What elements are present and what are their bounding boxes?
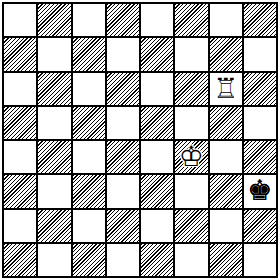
square-h7[interactable] — [244, 38, 276, 70]
square-b3[interactable] — [38, 175, 70, 207]
square-h3[interactable]: ♚♚ — [244, 175, 276, 207]
square-g7[interactable] — [210, 38, 242, 70]
square-e3[interactable] — [141, 175, 173, 207]
square-b1[interactable] — [38, 244, 70, 276]
square-d5[interactable] — [107, 107, 139, 139]
square-f4[interactable]: ♚♔ — [175, 141, 207, 173]
square-d3[interactable] — [107, 175, 139, 207]
white-king: ♔ — [175, 141, 207, 173]
square-b5[interactable] — [38, 107, 70, 139]
square-d1[interactable] — [107, 244, 139, 276]
square-c5[interactable] — [73, 107, 105, 139]
square-c2[interactable] — [73, 210, 105, 242]
square-b7[interactable] — [38, 38, 70, 70]
square-h1[interactable] — [244, 244, 276, 276]
square-f2[interactable] — [175, 210, 207, 242]
square-c6[interactable] — [73, 73, 105, 105]
square-a2[interactable] — [4, 210, 36, 242]
square-h2[interactable] — [244, 210, 276, 242]
square-f3[interactable] — [175, 175, 207, 207]
square-f1[interactable] — [175, 244, 207, 276]
square-f6[interactable] — [175, 73, 207, 105]
square-e7[interactable] — [141, 38, 173, 70]
square-f7[interactable] — [175, 38, 207, 70]
square-d4[interactable] — [107, 141, 139, 173]
square-f5[interactable] — [175, 107, 207, 139]
square-g2[interactable] — [210, 210, 242, 242]
square-e5[interactable] — [141, 107, 173, 139]
square-c8[interactable] — [73, 4, 105, 36]
square-e1[interactable] — [141, 244, 173, 276]
square-f8[interactable] — [175, 4, 207, 36]
square-g6[interactable]: ♜♖ — [210, 73, 242, 105]
white-rook: ♖ — [210, 73, 242, 105]
square-a1[interactable] — [4, 244, 36, 276]
square-c4[interactable] — [73, 141, 105, 173]
square-g3[interactable] — [210, 175, 242, 207]
square-g1[interactable] — [210, 244, 242, 276]
square-a3[interactable] — [4, 175, 36, 207]
square-a6[interactable] — [4, 73, 36, 105]
square-h5[interactable] — [244, 107, 276, 139]
square-h4[interactable] — [244, 141, 276, 173]
square-d6[interactable] — [107, 73, 139, 105]
square-d7[interactable] — [107, 38, 139, 70]
chess-diagram: ♜♖♚♔♚♚ — [0, 0, 280, 280]
square-c7[interactable] — [73, 38, 105, 70]
square-g8[interactable] — [210, 4, 242, 36]
square-h6[interactable] — [244, 73, 276, 105]
square-a8[interactable] — [4, 4, 36, 36]
square-a5[interactable] — [4, 107, 36, 139]
square-a7[interactable] — [4, 38, 36, 70]
square-e6[interactable] — [141, 73, 173, 105]
square-c1[interactable] — [73, 244, 105, 276]
square-d8[interactable] — [107, 4, 139, 36]
chess-board: ♜♖♚♔♚♚ — [2, 2, 278, 278]
square-b2[interactable] — [38, 210, 70, 242]
square-h8[interactable] — [244, 4, 276, 36]
black-king: ♚ — [244, 175, 276, 207]
square-e4[interactable] — [141, 141, 173, 173]
square-c3[interactable] — [73, 175, 105, 207]
square-b6[interactable] — [38, 73, 70, 105]
square-d2[interactable] — [107, 210, 139, 242]
square-a4[interactable] — [4, 141, 36, 173]
square-e2[interactable] — [141, 210, 173, 242]
square-b8[interactable] — [38, 4, 70, 36]
square-b4[interactable] — [38, 141, 70, 173]
square-g5[interactable] — [210, 107, 242, 139]
square-g4[interactable] — [210, 141, 242, 173]
square-e8[interactable] — [141, 4, 173, 36]
